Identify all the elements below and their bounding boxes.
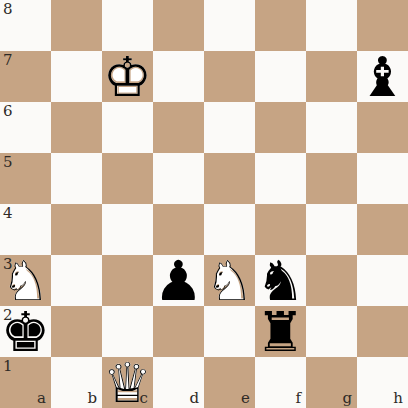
white-knight[interactable]: ♘ <box>204 256 255 307</box>
square-c2[interactable] <box>102 306 153 357</box>
rank-label-1: 1 <box>3 359 13 374</box>
rank-label-4: 4 <box>3 206 13 221</box>
file-label-h: h <box>393 391 403 406</box>
square-d8[interactable] <box>153 0 204 51</box>
square-e2[interactable] <box>204 306 255 357</box>
square-g8[interactable] <box>306 0 357 51</box>
rank-label-7: 7 <box>3 53 13 68</box>
square-g2[interactable] <box>306 306 357 357</box>
square-b6[interactable] <box>51 102 102 153</box>
black-pawn[interactable]: ♟ <box>153 256 204 307</box>
square-e3[interactable]: ♞♘ <box>204 255 255 306</box>
square-e7[interactable] <box>204 51 255 102</box>
square-a4[interactable]: 4 <box>0 204 51 255</box>
file-label-b: b <box>87 391 97 406</box>
square-b1[interactable]: b <box>51 357 102 408</box>
white-queen[interactable]: ♕ <box>102 358 153 408</box>
rank-label-8: 8 <box>3 2 13 17</box>
square-f6[interactable] <box>255 102 306 153</box>
square-h5[interactable] <box>357 153 408 204</box>
square-d3[interactable]: ♟ <box>153 255 204 306</box>
square-f7[interactable] <box>255 51 306 102</box>
square-c3[interactable] <box>102 255 153 306</box>
square-d7[interactable] <box>153 51 204 102</box>
square-f3[interactable]: ♞ <box>255 255 306 306</box>
black-bishop[interactable]: ♝ <box>357 52 408 103</box>
square-g5[interactable] <box>306 153 357 204</box>
square-g7[interactable] <box>306 51 357 102</box>
square-e4[interactable] <box>204 204 255 255</box>
square-f8[interactable] <box>255 0 306 51</box>
square-e5[interactable] <box>204 153 255 204</box>
square-g4[interactable] <box>306 204 357 255</box>
square-c1[interactable]: c♛♕ <box>102 357 153 408</box>
square-h2[interactable] <box>357 306 408 357</box>
square-f2[interactable]: ♜ <box>255 306 306 357</box>
square-d2[interactable] <box>153 306 204 357</box>
file-label-a: a <box>37 391 46 406</box>
square-h7[interactable]: ♝ <box>357 51 408 102</box>
square-e6[interactable] <box>204 102 255 153</box>
file-label-g: g <box>342 391 352 406</box>
square-f4[interactable] <box>255 204 306 255</box>
file-label-f: f <box>295 391 301 406</box>
square-h1[interactable]: h <box>357 357 408 408</box>
square-f1[interactable]: f <box>255 357 306 408</box>
square-b4[interactable] <box>51 204 102 255</box>
square-c5[interactable] <box>102 153 153 204</box>
square-c7[interactable]: ♚♔ <box>102 51 153 102</box>
square-h3[interactable] <box>357 255 408 306</box>
square-b7[interactable] <box>51 51 102 102</box>
square-g6[interactable] <box>306 102 357 153</box>
square-h6[interactable] <box>357 102 408 153</box>
square-a1[interactable]: 1a <box>0 357 51 408</box>
square-a5[interactable]: 5 <box>0 153 51 204</box>
rank-label-5: 5 <box>3 155 13 170</box>
square-b5[interactable] <box>51 153 102 204</box>
square-f5[interactable] <box>255 153 306 204</box>
square-g3[interactable] <box>306 255 357 306</box>
square-a2[interactable]: 2♚ <box>0 306 51 357</box>
square-g1[interactable]: g <box>306 357 357 408</box>
black-king[interactable]: ♚ <box>0 307 51 358</box>
square-c8[interactable] <box>102 0 153 51</box>
square-c6[interactable] <box>102 102 153 153</box>
black-rook[interactable]: ♜ <box>255 307 306 358</box>
square-a7[interactable]: 7 <box>0 51 51 102</box>
rank-label-6: 6 <box>3 104 13 119</box>
square-a6[interactable]: 6 <box>0 102 51 153</box>
square-d1[interactable]: d <box>153 357 204 408</box>
square-b2[interactable] <box>51 306 102 357</box>
square-b8[interactable] <box>51 0 102 51</box>
square-a3[interactable]: 3♞♘ <box>0 255 51 306</box>
square-e1[interactable]: e <box>204 357 255 408</box>
square-d4[interactable] <box>153 204 204 255</box>
square-e8[interactable] <box>204 0 255 51</box>
square-h8[interactable] <box>357 0 408 51</box>
white-king[interactable]: ♔ <box>102 52 153 103</box>
square-h4[interactable] <box>357 204 408 255</box>
square-d5[interactable] <box>153 153 204 204</box>
file-label-e: e <box>241 391 250 406</box>
square-b3[interactable] <box>51 255 102 306</box>
square-d6[interactable] <box>153 102 204 153</box>
square-a8[interactable]: 8 <box>0 0 51 51</box>
square-c4[interactable] <box>102 204 153 255</box>
chess-board: 87♚♔♝6543♞♘♟♞♘♞2♚♜1abc♛♕defgh <box>0 0 408 408</box>
file-label-d: d <box>189 391 199 406</box>
